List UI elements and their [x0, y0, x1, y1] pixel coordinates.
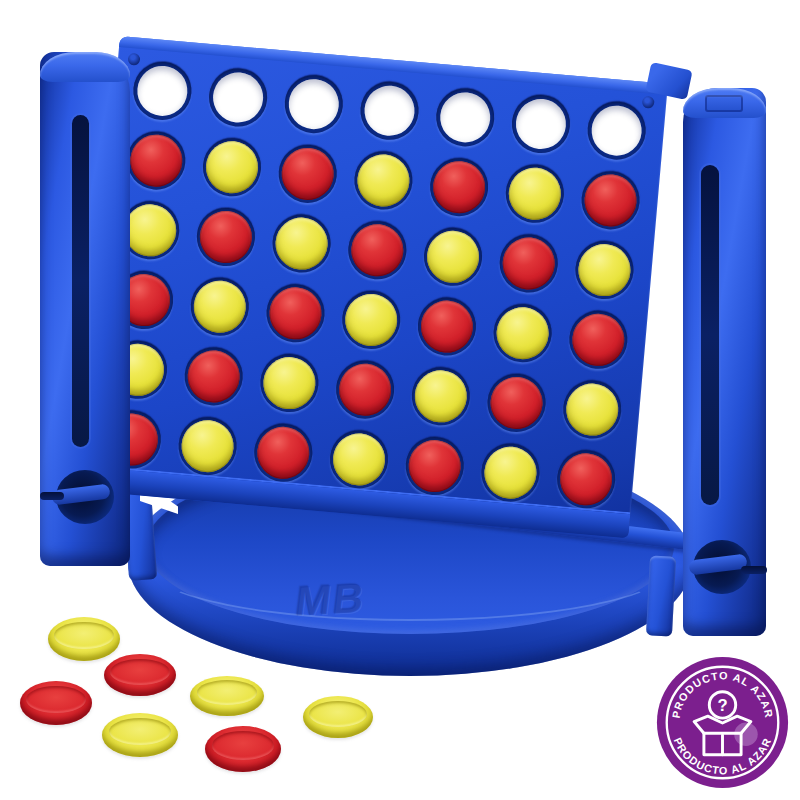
left-pillar-cap: [40, 52, 130, 82]
yellow-disc: [261, 355, 317, 411]
right-pillar-leg: [683, 88, 766, 636]
cell-r2c2: [201, 136, 264, 199]
tray-hinge-clip-right: [646, 555, 676, 636]
yellow-disc: [192, 279, 248, 335]
red-disc: [280, 146, 336, 202]
empty-hole: [590, 104, 644, 158]
red-disc: [267, 285, 323, 341]
red-disc: [582, 172, 638, 228]
tray-embossed-mb-logo: MB: [293, 574, 369, 626]
left-pillar-slot: [72, 115, 89, 447]
loose-disc-red: [104, 654, 176, 696]
left-pillar-slit: [40, 492, 64, 500]
yellow-disc: [343, 292, 399, 348]
cell-r1c6: [510, 93, 573, 156]
connect-four-board: [80, 36, 668, 538]
yellow-disc: [179, 418, 235, 474]
red-disc: [255, 425, 311, 481]
yellow-disc: [331, 431, 387, 487]
red-disc: [570, 312, 626, 368]
cell-r5c5: [409, 365, 472, 428]
cell-r2c6: [503, 162, 566, 225]
cell-r2c4: [352, 149, 415, 212]
red-disc: [488, 375, 544, 431]
yellow-disc: [355, 152, 411, 208]
yellow-disc: [576, 242, 632, 298]
empty-hole: [362, 84, 416, 138]
cell-r1c7: [585, 99, 648, 162]
cell-r3c7: [573, 239, 636, 302]
cell-r3c2: [194, 206, 257, 269]
cell-r4c2: [188, 275, 251, 338]
red-disc: [198, 209, 254, 265]
yellow-disc: [507, 166, 563, 222]
loose-disc-red: [20, 681, 92, 725]
red-disc: [186, 348, 242, 404]
loose-disc-yellow: [48, 617, 120, 661]
red-disc: [501, 235, 557, 291]
yellow-disc: [494, 305, 550, 361]
cell-r4c5: [415, 295, 478, 358]
cell-r5c4: [334, 358, 397, 421]
red-disc: [558, 451, 614, 507]
cell-r6c7: [555, 448, 618, 511]
cell-r4c3: [264, 282, 327, 345]
question-mark: ?: [717, 696, 727, 715]
loose-disc-red: [205, 726, 281, 772]
cell-r6c2: [176, 415, 239, 478]
cell-r2c5: [428, 156, 491, 219]
cell-r4c7: [567, 308, 630, 371]
cell-r6c4: [328, 428, 391, 491]
red-disc: [431, 159, 487, 215]
empty-hole: [211, 70, 265, 124]
cell-r2c3: [276, 142, 339, 205]
loose-disc-yellow: [102, 713, 178, 757]
loose-disc-yellow: [303, 696, 373, 738]
red-disc: [337, 362, 393, 418]
cell-r1c2: [207, 66, 270, 129]
red-disc: [419, 298, 475, 354]
yellow-disc: [273, 215, 329, 271]
cell-r6c5: [403, 435, 466, 498]
random-product-badge: PRODUCTO AL AZAR PRODUCTO AL AZAR ?: [654, 654, 791, 791]
yellow-disc: [564, 381, 620, 437]
red-disc: [349, 222, 405, 278]
cell-r5c3: [258, 352, 321, 415]
cell-r3c6: [497, 232, 560, 295]
yellow-disc: [204, 139, 260, 195]
yellow-disc: [425, 229, 481, 285]
left-pillar-leg: [40, 52, 130, 566]
cell-r3c5: [422, 225, 485, 288]
loose-disc-yellow: [190, 676, 264, 716]
cell-r6c3: [252, 421, 315, 484]
empty-hole: [135, 64, 189, 118]
right-pillar-slit: [741, 566, 767, 574]
cell-r4c6: [491, 302, 554, 365]
yellow-disc: [413, 368, 469, 424]
cell-r3c3: [270, 212, 333, 275]
red-disc: [407, 438, 463, 494]
cell-r2c7: [579, 169, 642, 232]
red-disc: [128, 132, 184, 188]
yellow-disc: [122, 202, 178, 258]
cell-r1c1: [131, 59, 194, 122]
cell-r5c6: [485, 372, 548, 435]
empty-hole: [514, 97, 568, 151]
cell-r5c2: [182, 345, 245, 408]
empty-hole: [438, 90, 492, 144]
right-pillar-tab: [705, 95, 743, 112]
product-photo: MB PRODUCTO AL AZAR: [0, 0, 800, 800]
cell-r4c4: [340, 289, 403, 352]
left-pillar-notch: [56, 470, 114, 524]
cell-r1c4: [358, 79, 421, 142]
cell-r6c6: [479, 441, 542, 504]
cell-r1c3: [282, 73, 345, 136]
cell-r2c1: [125, 129, 188, 192]
cell-r3c4: [346, 219, 409, 282]
right-pillar-slot: [701, 165, 719, 505]
yellow-disc: [482, 445, 538, 501]
cell-r5c7: [561, 378, 624, 441]
game-grid-panel: [80, 36, 668, 538]
empty-hole: [287, 77, 341, 131]
cell-r1c5: [434, 86, 497, 149]
